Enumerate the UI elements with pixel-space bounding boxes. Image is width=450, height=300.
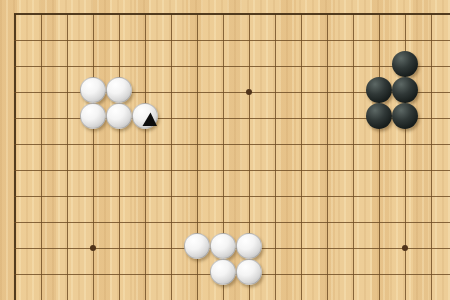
grid-vline (145, 14, 146, 300)
white-stone-E15[interactable] (106, 103, 132, 129)
black-stone-P15[interactable] (366, 103, 392, 129)
grid-hline (14, 66, 450, 67)
corner-triangle-marker-icon (133, 104, 159, 130)
star-point (90, 245, 96, 251)
goban[interactable] (0, 0, 450, 300)
black-stone-P16[interactable] (366, 77, 392, 103)
grid-vline (275, 14, 276, 300)
grid-hline (14, 40, 450, 41)
grid-vline (41, 14, 42, 300)
grid-vline (353, 14, 354, 300)
grid-hline (14, 196, 450, 197)
marked-white-stone-F15[interactable] (132, 103, 158, 129)
black-stone-Q15[interactable] (392, 103, 418, 129)
grid-hline (14, 222, 450, 223)
grid-vline (67, 14, 68, 300)
white-stone-J9[interactable] (210, 259, 236, 285)
white-stone-D15[interactable] (80, 103, 106, 129)
white-stone-J10[interactable] (210, 233, 236, 259)
grid-vline (379, 14, 380, 300)
black-stone-Q17[interactable] (392, 51, 418, 77)
grid-hline (14, 170, 450, 171)
grid-vline (93, 14, 94, 300)
black-stone-Q16[interactable] (392, 77, 418, 103)
white-stone-H10[interactable] (184, 233, 210, 259)
white-stone-K9[interactable] (236, 259, 262, 285)
grid-vline (171, 14, 172, 300)
grid-vline (14, 14, 16, 300)
star-point (402, 245, 408, 251)
white-stone-K10[interactable] (236, 233, 262, 259)
white-stone-D16[interactable] (80, 77, 106, 103)
white-stone-E16[interactable] (106, 77, 132, 103)
grid-vline (431, 14, 432, 300)
grid-vline (119, 14, 120, 300)
grid-vline (327, 14, 328, 300)
grid-vline (301, 14, 302, 300)
star-point (246, 89, 252, 95)
grid-hline (14, 13, 450, 15)
grid-hline (14, 144, 450, 145)
